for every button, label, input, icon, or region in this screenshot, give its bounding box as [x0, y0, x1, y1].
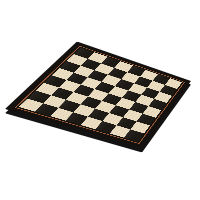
chess-board [5, 42, 191, 149]
photo-background [0, 0, 200, 200]
